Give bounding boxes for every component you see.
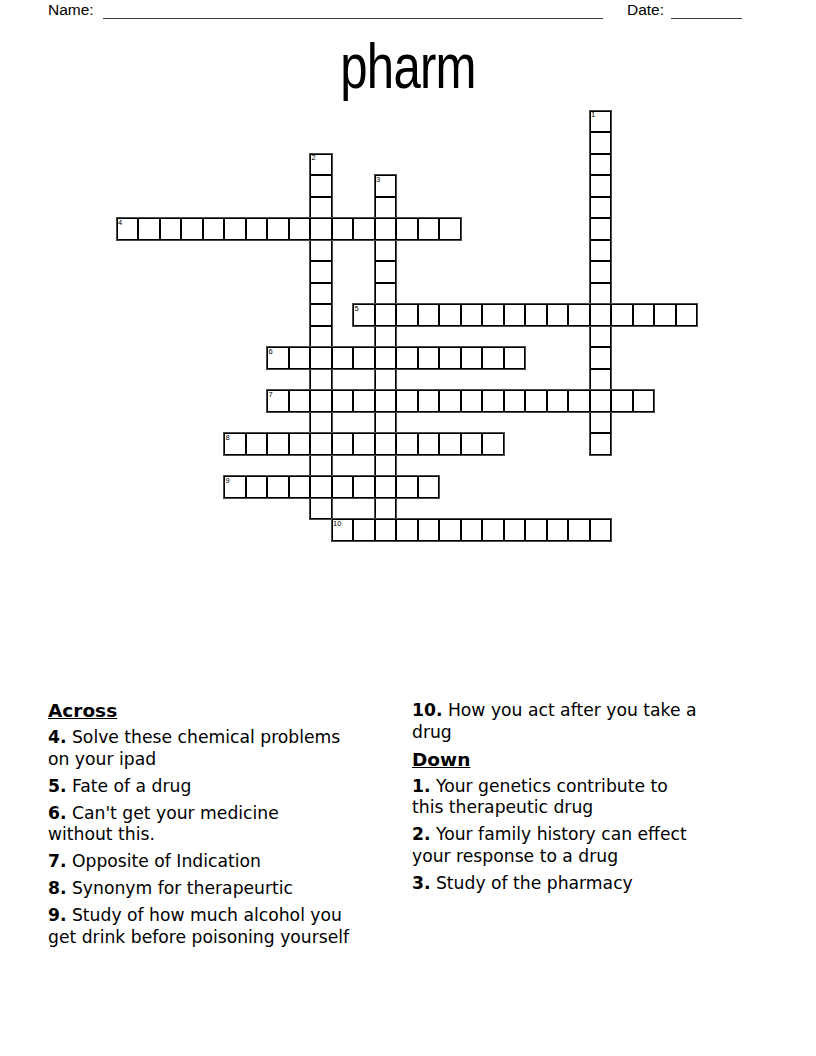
- cell-r9-c13: [396, 304, 418, 326]
- clue-2: 2. Your family history can effectyour re…: [412, 824, 777, 867]
- cell-r2-c22: [590, 154, 612, 176]
- cell-r17-c6: [246, 476, 268, 498]
- cell-r10-c12: [375, 326, 397, 348]
- clue-6: 6. Can't get your medicinewithout this.: [48, 803, 413, 846]
- worksheet-page: Name: Date: pharm 12345678910 Across4. S…: [0, 0, 816, 1056]
- clue-number: 10.: [412, 700, 442, 720]
- clue-column-left: Across4. Solve these chemical problemson…: [48, 700, 413, 954]
- cell-r13-c17: [482, 390, 504, 412]
- cell-r8-c9: [310, 283, 332, 305]
- cell-r19-c16: [461, 519, 483, 541]
- entry-7-across: 7: [266, 389, 655, 413]
- clue-number: 5.: [48, 776, 67, 796]
- cell-r13-c24: [633, 390, 655, 412]
- cell-r14-c22: [590, 412, 612, 434]
- cell-r5-c5: [224, 218, 246, 240]
- cell-r9-c20: [547, 304, 569, 326]
- cell-r5-c14: [418, 218, 440, 240]
- cell-r15-c11: [353, 433, 375, 455]
- cell-r19-c22: [590, 519, 612, 541]
- cell-r11-c13: [396, 347, 418, 369]
- cell-r6-c22: [590, 240, 612, 262]
- cell-r13-c20: [547, 390, 569, 412]
- cell-r11-c10: [332, 347, 354, 369]
- cell-r11-c9: [310, 347, 332, 369]
- cell-r5-c3: [181, 218, 203, 240]
- cell-r14-c9: [310, 412, 332, 434]
- cell-r6-c12: [375, 240, 397, 262]
- cell-r13-c18: [504, 390, 526, 412]
- clue-number: 7.: [48, 851, 67, 871]
- cell-r5-c12: [375, 218, 397, 240]
- clue-number: 9.: [48, 905, 67, 925]
- clue-7: 7. Opposite of Indication: [48, 851, 413, 873]
- cell-r17-c11: [353, 476, 375, 498]
- cell-r15-c16: [461, 433, 483, 455]
- cell-r13-c13: [396, 390, 418, 412]
- cell-r10-c9: [310, 326, 332, 348]
- cell-r9-c21: [568, 304, 590, 326]
- cell-r13-c9: [310, 390, 332, 412]
- cell-r5-c4: [203, 218, 225, 240]
- cell-r19-c12: [375, 519, 397, 541]
- cell-r13-c12: [375, 390, 397, 412]
- cell-r12-c9: [310, 369, 332, 391]
- entry-10-across: 10: [331, 518, 613, 542]
- cell-r17-c9: [310, 476, 332, 498]
- cell-r12-c12: [375, 369, 397, 391]
- clues-heading-down: Down: [412, 749, 777, 771]
- cell-r5-c9: [310, 218, 332, 240]
- clue-number: 8.: [48, 878, 67, 898]
- entry-number-4: 4: [118, 219, 122, 227]
- entry-2-down: 2: [309, 153, 333, 521]
- cell-r1-c22: [590, 132, 612, 154]
- cell-r15-c14: [418, 433, 440, 455]
- cell-r5-c1: [138, 218, 160, 240]
- cell-r11-c12: [375, 347, 397, 369]
- cell-r6-c9: [310, 240, 332, 262]
- cell-r15-c6: [246, 433, 268, 455]
- clue-number: 4.: [48, 727, 67, 747]
- cell-r16-c12: [375, 455, 397, 477]
- cell-r13-c8: [289, 390, 311, 412]
- clue-column-right: 10. How you act after you take adrugDown…: [412, 700, 777, 900]
- cell-r18-c12: [375, 498, 397, 520]
- cell-r15-c15: [439, 433, 461, 455]
- cell-r9-c9: [310, 304, 332, 326]
- entry-number-8: 8: [226, 434, 230, 442]
- cell-r19-c19: [525, 519, 547, 541]
- cell-r5-c2: [160, 218, 182, 240]
- cell-r11-c14: [418, 347, 440, 369]
- cell-r15-c13: [396, 433, 418, 455]
- cell-r9-c14: [418, 304, 440, 326]
- cell-r16-c9: [310, 455, 332, 477]
- cell-r5-c8: [289, 218, 311, 240]
- cell-r7-c9: [310, 261, 332, 283]
- cell-r13-c23: [611, 390, 633, 412]
- entry-6-across: 6: [266, 346, 526, 370]
- cell-r4-c22: [590, 197, 612, 219]
- cell-r17-c13: [396, 476, 418, 498]
- cell-r10-c22: [590, 326, 612, 348]
- cell-r19-c15: [439, 519, 461, 541]
- entry-number-9: 9: [226, 477, 230, 485]
- cell-r15-c7: [267, 433, 289, 455]
- cell-r13-c11: [353, 390, 375, 412]
- cell-r5-c6: [246, 218, 268, 240]
- cell-r9-c24: [633, 304, 655, 326]
- clue-10: 10. How you act after you take adrug: [412, 700, 777, 743]
- cell-r17-c14: [418, 476, 440, 498]
- entry-number-6: 6: [269, 348, 273, 356]
- entry-number-3: 3: [376, 176, 380, 184]
- cell-r9-c16: [461, 304, 483, 326]
- cell-r19-c20: [547, 519, 569, 541]
- cell-r11-c16: [461, 347, 483, 369]
- cell-r8-c12: [375, 283, 397, 305]
- clue-number: 2.: [412, 824, 431, 844]
- clue-8: 8. Synonym for therapeurtic: [48, 878, 413, 900]
- cell-r15-c22: [590, 433, 612, 455]
- cell-r11-c15: [439, 347, 461, 369]
- cell-r13-c15: [439, 390, 461, 412]
- entry-number-5: 5: [355, 305, 359, 313]
- clue-1: 1. Your genetics contribute tothis thera…: [412, 776, 777, 819]
- cell-r3-c22: [590, 175, 612, 197]
- cell-r17-c8: [289, 476, 311, 498]
- cell-r13-c10: [332, 390, 354, 412]
- clue-3: 3. Study of the pharmacy: [412, 873, 777, 895]
- cell-r19-c18: [504, 519, 526, 541]
- cell-r17-c10: [332, 476, 354, 498]
- entry-number-2: 2: [312, 154, 316, 162]
- cell-r15-c12: [375, 433, 397, 455]
- cell-r5-c7: [267, 218, 289, 240]
- cell-r15-c17: [482, 433, 504, 455]
- cell-r9-c18: [504, 304, 526, 326]
- cell-r9-c23: [611, 304, 633, 326]
- cell-r4-c9: [310, 197, 332, 219]
- cell-r5-c10: [332, 218, 354, 240]
- cell-r19-c17: [482, 519, 504, 541]
- cell-r9-c19: [525, 304, 547, 326]
- cell-r13-c21: [568, 390, 590, 412]
- cell-r11-c17: [482, 347, 504, 369]
- clue-number: 1.: [412, 776, 431, 796]
- cell-r9-c17: [482, 304, 504, 326]
- cell-r15-c8: [289, 433, 311, 455]
- cell-r13-c22: [590, 390, 612, 412]
- cell-r11-c11: [353, 347, 375, 369]
- entry-5-across: 5: [352, 303, 698, 327]
- cell-r13-c19: [525, 390, 547, 412]
- cell-r12-c22: [590, 369, 612, 391]
- clue-4: 4. Solve these chemical problemson your …: [48, 727, 413, 770]
- cell-r3-c9: [310, 175, 332, 197]
- entry-number-10: 10: [333, 520, 341, 528]
- cell-r7-c22: [590, 261, 612, 283]
- cell-r14-c12: [375, 412, 397, 434]
- cell-r5-c22: [590, 218, 612, 240]
- cell-r5-c13: [396, 218, 418, 240]
- cell-r11-c18: [504, 347, 526, 369]
- clue-9: 9. Study of how much alcohol youget drin…: [48, 905, 413, 948]
- cell-r4-c12: [375, 197, 397, 219]
- cell-r9-c26: [676, 304, 698, 326]
- cell-r19-c11: [353, 519, 375, 541]
- cell-r19-c13: [396, 519, 418, 541]
- cell-r9-c15: [439, 304, 461, 326]
- cell-r9-c25: [654, 304, 676, 326]
- entry-number-7: 7: [269, 391, 273, 399]
- cell-r5-c15: [439, 218, 461, 240]
- cell-r18-c9: [310, 498, 332, 520]
- cell-r11-c22: [590, 347, 612, 369]
- cell-r17-c12: [375, 476, 397, 498]
- entry-8-across: 8: [223, 432, 505, 456]
- entry-9-across: 9: [223, 475, 440, 499]
- cell-r19-c21: [568, 519, 590, 541]
- cell-r19-c14: [418, 519, 440, 541]
- cell-r11-c8: [289, 347, 311, 369]
- cell-r13-c16: [461, 390, 483, 412]
- clue-5: 5. Fate of a drug: [48, 776, 413, 798]
- cell-r15-c10: [332, 433, 354, 455]
- cell-r7-c12: [375, 261, 397, 283]
- cell-r5-c11: [353, 218, 375, 240]
- clues-heading-across: Across: [48, 700, 413, 722]
- cell-r15-c9: [310, 433, 332, 455]
- clue-number: 3.: [412, 873, 431, 893]
- clue-number: 6.: [48, 803, 67, 823]
- cell-r8-c22: [590, 283, 612, 305]
- cell-r9-c22: [590, 304, 612, 326]
- entry-number-1: 1: [591, 111, 595, 119]
- cell-r13-c14: [418, 390, 440, 412]
- entry-4-across: 4: [116, 217, 462, 241]
- cell-r9-c12: [375, 304, 397, 326]
- cell-r17-c7: [267, 476, 289, 498]
